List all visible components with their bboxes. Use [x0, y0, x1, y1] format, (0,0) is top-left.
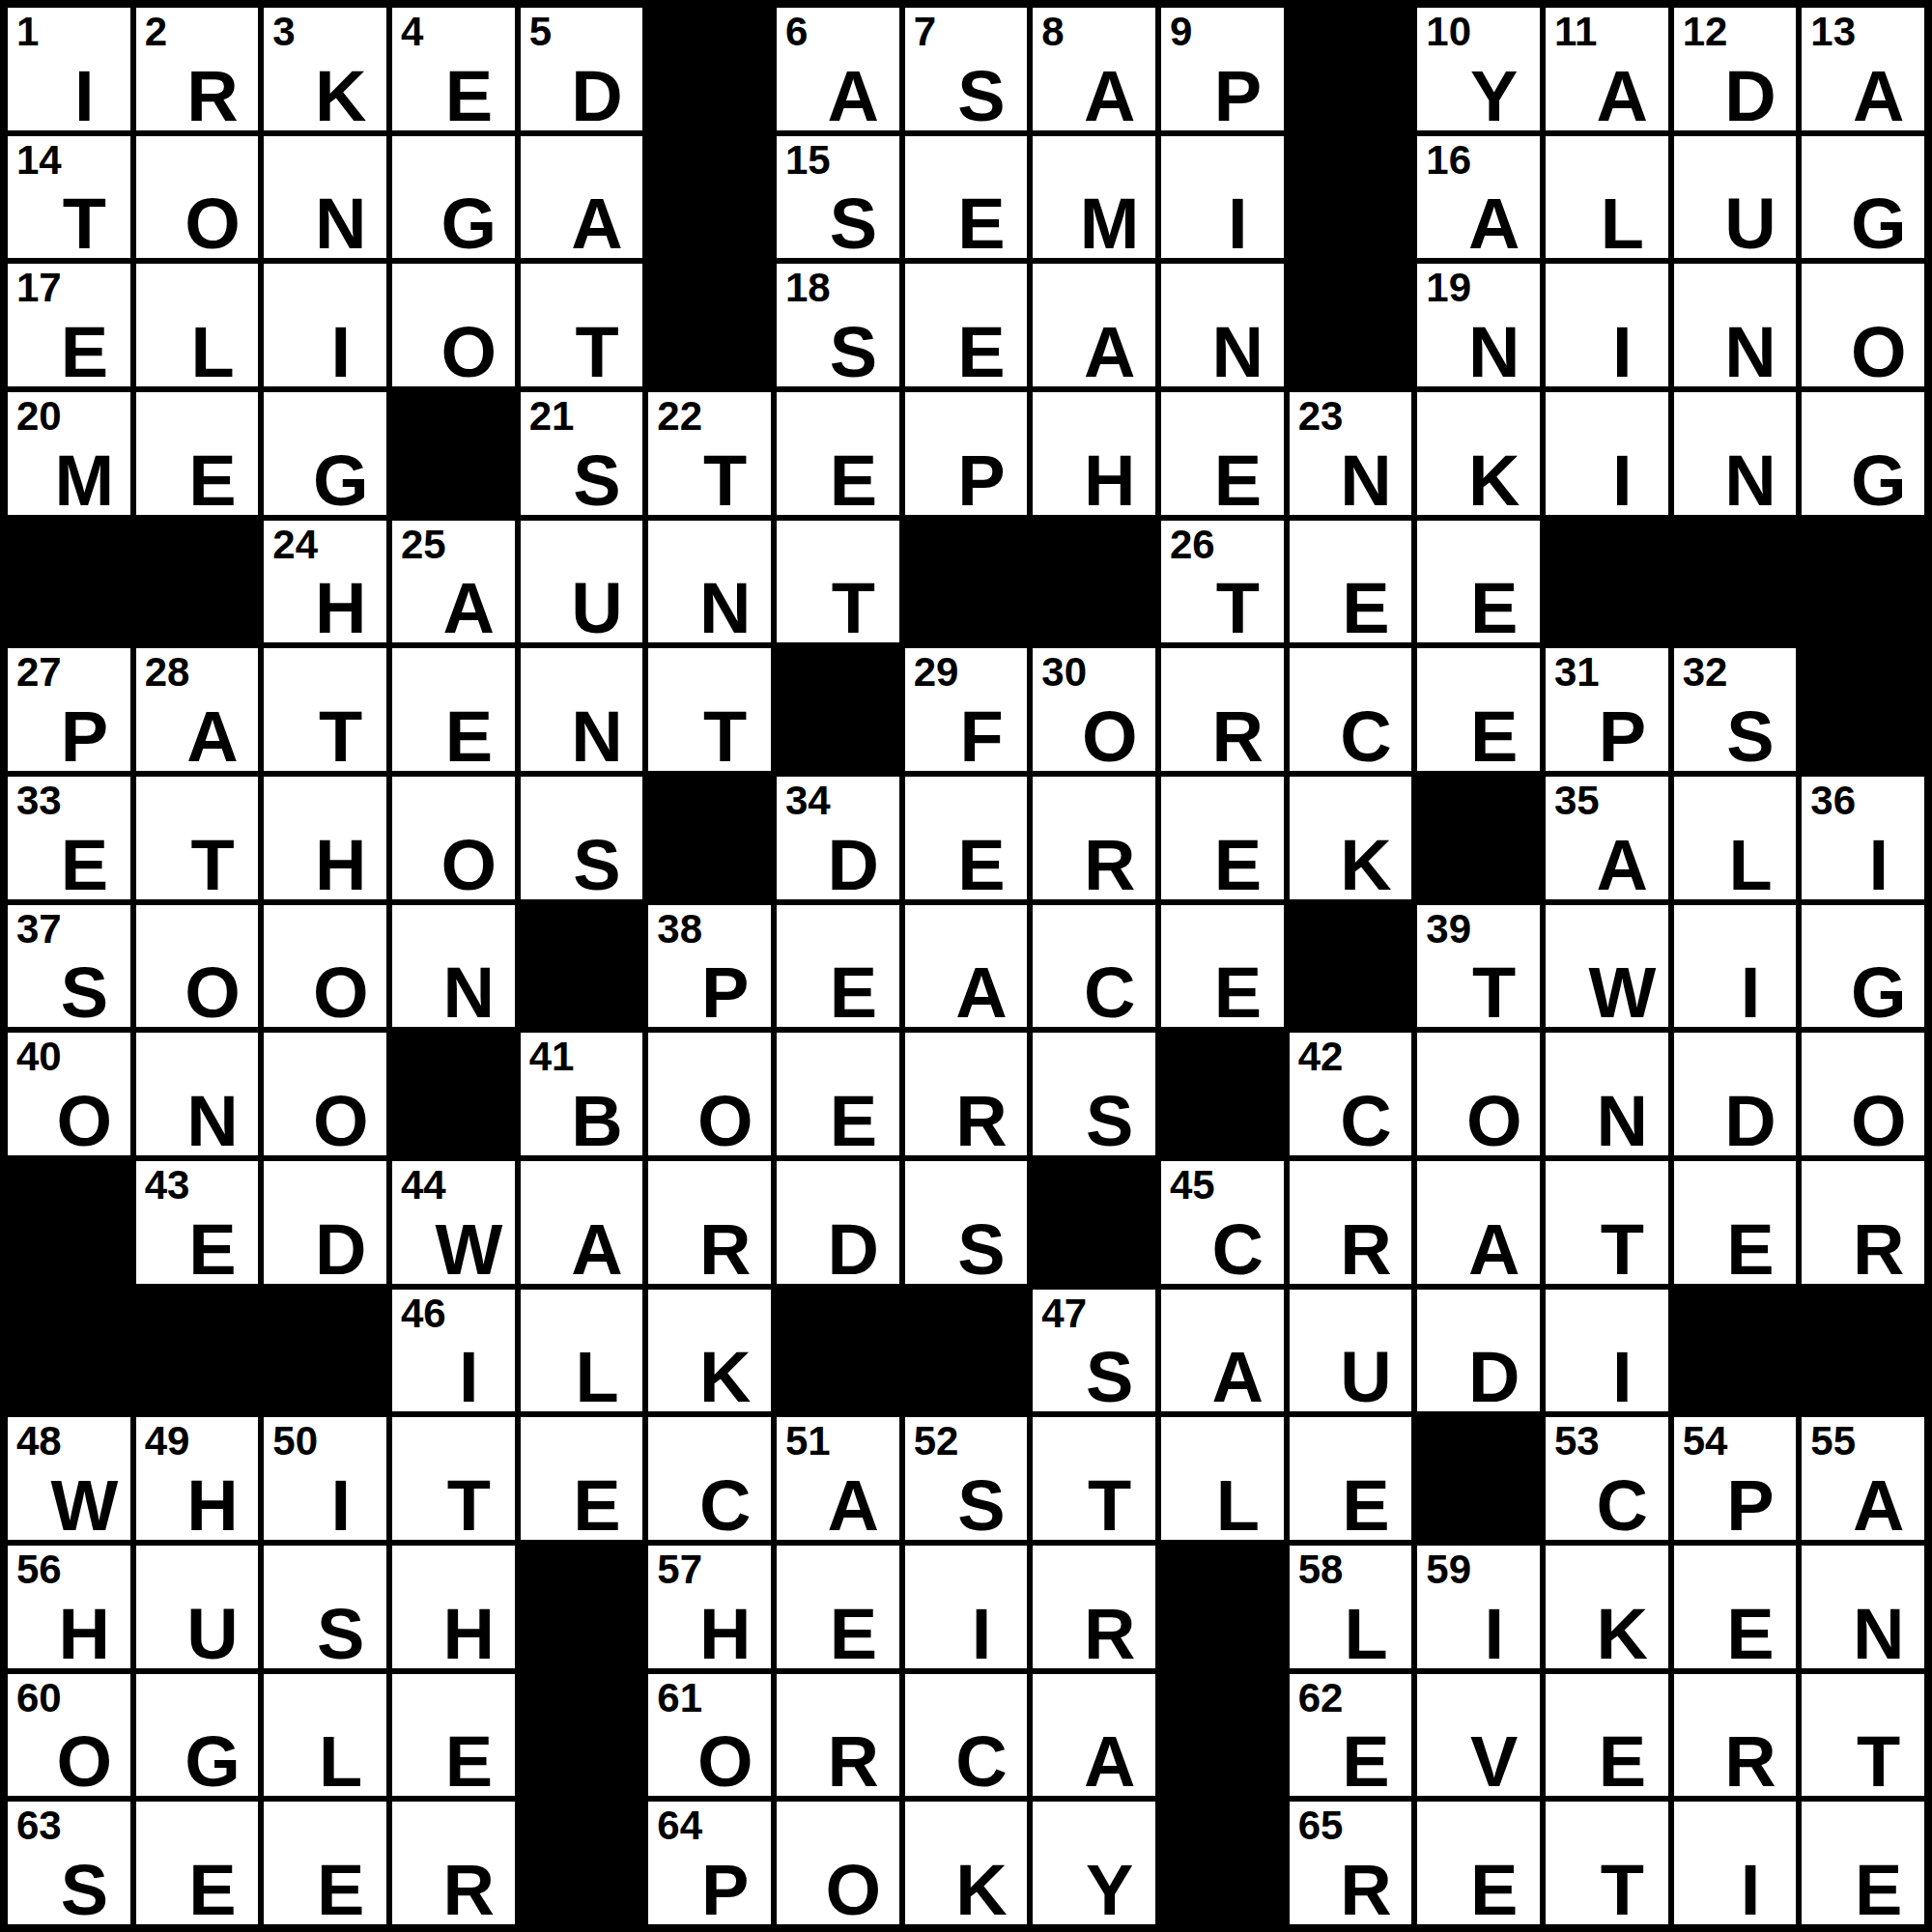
cell[interactable]: L: [1158, 1414, 1287, 1543]
cell[interactable]: T: [1543, 1158, 1671, 1287]
clue-number: 37: [16, 909, 62, 950]
cell-letter: R: [699, 1214, 751, 1286]
cell[interactable]: E: [1158, 902, 1287, 1031]
clue-number: 32: [1683, 652, 1728, 693]
cell-letter: I: [1868, 830, 1889, 901]
cell[interactable]: S: [1030, 1030, 1158, 1158]
cell[interactable]: 57H: [645, 1543, 774, 1671]
cell[interactable]: I: [1671, 902, 1800, 1031]
cell[interactable]: U: [133, 1543, 262, 1671]
cell[interactable]: Y: [1030, 1799, 1158, 1927]
cell[interactable]: 36I: [1799, 774, 1927, 902]
cell-letter: K: [1468, 445, 1520, 517]
cell[interactable]: T: [774, 518, 902, 646]
cell[interactable]: G: [1799, 133, 1927, 262]
cell-letter: A: [1468, 1214, 1520, 1286]
cell-letter: K: [699, 1342, 751, 1413]
cell[interactable]: D: [261, 1158, 389, 1287]
cell[interactable]: E: [389, 1671, 518, 1800]
cell-letter: A: [1597, 830, 1648, 901]
cell[interactable]: N: [1671, 261, 1800, 389]
cell[interactable]: E: [774, 1543, 902, 1671]
cell[interactable]: K: [902, 1799, 1031, 1927]
cell[interactable]: O: [1799, 1030, 1927, 1158]
cell-letter: R: [1724, 1726, 1776, 1798]
cell[interactable]: 15S: [774, 133, 902, 262]
cell[interactable]: S: [902, 1158, 1031, 1287]
cell[interactable]: 40O: [5, 1030, 133, 1158]
cell-letter: E: [573, 1470, 620, 1542]
cell[interactable]: 31P: [1543, 645, 1671, 774]
cell[interactable]: R: [1799, 1158, 1927, 1287]
cell-letter: R: [1212, 701, 1264, 773]
cell-letter: O: [185, 957, 241, 1029]
cell-letter: T: [703, 445, 747, 517]
cell[interactable]: I: [1671, 1799, 1800, 1927]
cell[interactable]: I: [1543, 389, 1671, 518]
cell-letter: E: [830, 1086, 877, 1157]
cell-letter: S: [317, 1599, 364, 1670]
cell[interactable]: 63S: [5, 1799, 133, 1927]
cell-letter: E: [957, 830, 1005, 901]
cell-letter: S: [957, 1214, 1005, 1286]
cell-letter: E: [1214, 445, 1262, 517]
cell[interactable]: E: [1671, 1158, 1800, 1287]
cell[interactable]: O: [133, 133, 262, 262]
black-cell: [1414, 774, 1543, 902]
cell[interactable]: D: [1414, 1287, 1543, 1415]
cell-letter: E: [317, 1855, 364, 1926]
cell[interactable]: R: [1287, 1158, 1415, 1287]
cell[interactable]: 8A: [1030, 5, 1158, 133]
cell[interactable]: 54P: [1671, 1414, 1800, 1543]
clue-number: 11: [1554, 12, 1597, 52]
cell-letter: S: [957, 61, 1005, 132]
cell[interactable]: 45C: [1158, 1158, 1287, 1287]
black-cell: [1414, 1414, 1543, 1543]
cell[interactable]: E: [902, 261, 1031, 389]
cell-letter: T: [1857, 1726, 1900, 1798]
cell[interactable]: 28A: [133, 645, 262, 774]
cell[interactable]: C: [1030, 902, 1158, 1031]
cell[interactable]: 46I: [389, 1287, 518, 1415]
black-cell: [1671, 518, 1800, 646]
cell[interactable]: N: [133, 1030, 262, 1158]
cell[interactable]: N: [1799, 1543, 1927, 1671]
cell[interactable]: O: [389, 774, 518, 902]
cell[interactable]: O: [389, 261, 518, 389]
cell[interactable]: E: [133, 1799, 262, 1927]
cell[interactable]: C: [902, 1671, 1031, 1800]
cell[interactable]: O: [261, 1030, 389, 1158]
black-cell: [645, 261, 774, 389]
clue-number: 28: [145, 652, 190, 693]
cell-letter: E: [830, 1599, 877, 1670]
cell-letter: D: [571, 61, 622, 132]
cell-letter: G: [441, 188, 497, 260]
black-cell: [518, 1799, 646, 1927]
cell-letter: C: [1597, 1470, 1648, 1542]
cell-letter: E: [1470, 1855, 1518, 1926]
cell[interactable]: 55A: [1799, 1414, 1927, 1543]
cell-letter: O: [313, 1086, 369, 1157]
cell[interactable]: L: [1543, 133, 1671, 262]
cell[interactable]: O: [1799, 261, 1927, 389]
cell-letter: I: [1484, 1599, 1504, 1670]
clue-number: 52: [914, 1421, 959, 1462]
cell[interactable]: A: [1030, 1671, 1158, 1800]
black-cell: [645, 133, 774, 262]
cell[interactable]: 4E: [389, 5, 518, 133]
cell-letter: E: [1599, 1726, 1646, 1798]
cell[interactable]: A: [1030, 261, 1158, 389]
cell[interactable]: O: [774, 1799, 902, 1927]
cell[interactable]: U: [518, 518, 646, 646]
clue-number: 42: [1298, 1037, 1344, 1077]
cell[interactable]: 11A: [1543, 5, 1671, 133]
cell[interactable]: T: [1799, 1671, 1927, 1800]
black-cell: [1287, 5, 1415, 133]
cell[interactable]: 14T: [5, 133, 133, 262]
cell[interactable]: 6A: [774, 5, 902, 133]
clue-number: 27: [16, 652, 62, 693]
cell[interactable]: P: [902, 389, 1031, 518]
cell[interactable]: R: [902, 1030, 1031, 1158]
cell[interactable]: E: [774, 389, 902, 518]
cell-letter: D: [1724, 61, 1776, 132]
cell[interactable]: G: [133, 1671, 262, 1800]
clue-number: 57: [657, 1549, 702, 1590]
cell-letter: H: [1084, 445, 1135, 517]
cell[interactable]: H: [1030, 389, 1158, 518]
clue-number: 26: [1170, 525, 1215, 565]
cell[interactable]: E: [261, 1799, 389, 1927]
cell[interactable]: T: [1543, 1799, 1671, 1927]
cell[interactable]: E: [1414, 518, 1543, 646]
cell-letter: A: [186, 701, 238, 773]
cell-letter: Y: [1470, 61, 1518, 132]
cell[interactable]: A: [1414, 1158, 1543, 1287]
cell[interactable]: 12D: [1671, 5, 1800, 133]
cell-letter: S: [61, 957, 108, 1029]
cell-letter: H: [443, 1599, 495, 1670]
cell[interactable]: R: [1671, 1671, 1800, 1800]
cell[interactable]: N: [389, 902, 518, 1031]
cell[interactable]: 23N: [1287, 389, 1415, 518]
cell[interactable]: 61O: [645, 1671, 774, 1800]
cell[interactable]: E: [774, 902, 902, 1031]
cell[interactable]: 29F: [902, 645, 1031, 774]
cell[interactable]: L: [133, 261, 262, 389]
cell[interactable]: 18S: [774, 261, 902, 389]
cell[interactable]: 42C: [1287, 1030, 1415, 1158]
cell[interactable]: C: [645, 1414, 774, 1543]
cell[interactable]: E: [1414, 645, 1543, 774]
cell[interactable]: K: [645, 1287, 774, 1415]
black-cell: [133, 518, 262, 646]
cell[interactable]: N: [645, 518, 774, 646]
cell-letter: H: [699, 1599, 751, 1670]
cell[interactable]: 1I: [5, 5, 133, 133]
cell[interactable]: T: [133, 774, 262, 902]
cell[interactable]: K: [1414, 389, 1543, 518]
cell[interactable]: A: [902, 902, 1031, 1031]
cell-letter: D: [1724, 1086, 1776, 1157]
clue-number: 53: [1554, 1421, 1600, 1462]
cell[interactable]: K: [1543, 1543, 1671, 1671]
cell[interactable]: E: [1799, 1799, 1927, 1927]
cell[interactable]: 47S: [1030, 1287, 1158, 1415]
cell[interactable]: 16A: [1414, 133, 1543, 262]
cell[interactable]: T: [389, 1414, 518, 1543]
cell[interactable]: 44W: [389, 1158, 518, 1287]
cell[interactable]: K: [1287, 774, 1415, 902]
cell-letter: O: [441, 317, 497, 388]
cell[interactable]: 65R: [1287, 1799, 1415, 1927]
cell[interactable]: 19N: [1414, 261, 1543, 389]
cell[interactable]: 25A: [389, 518, 518, 646]
clue-number: 65: [1298, 1805, 1344, 1846]
cell[interactable]: R: [1030, 774, 1158, 902]
cell[interactable]: I: [1543, 261, 1671, 389]
cell-letter: A: [571, 1214, 622, 1286]
cell-letter: N: [1212, 317, 1264, 388]
cell[interactable]: T: [1030, 1414, 1158, 1543]
clue-number: 2: [145, 12, 167, 52]
cell[interactable]: E: [1158, 774, 1287, 902]
cell[interactable]: 22T: [645, 389, 774, 518]
cell-letter: A: [1084, 61, 1135, 132]
cell-letter: T: [1472, 957, 1516, 1029]
cell[interactable]: E: [774, 1030, 902, 1158]
cell-letter: S: [573, 830, 620, 901]
cell[interactable]: 7S: [902, 5, 1031, 133]
cell[interactable]: S: [261, 1543, 389, 1671]
cell[interactable]: 49H: [133, 1414, 262, 1543]
black-cell: [1287, 902, 1415, 1031]
cell[interactable]: N: [1543, 1030, 1671, 1158]
cell[interactable]: 52S: [902, 1414, 1031, 1543]
cell-letter: N: [1724, 445, 1776, 517]
cell[interactable]: E: [518, 1414, 646, 1543]
cell-letter: L: [1728, 830, 1772, 901]
cell-letter: N: [315, 188, 366, 260]
clue-number: 48: [16, 1421, 62, 1462]
cell[interactable]: O: [261, 902, 389, 1031]
cell[interactable]: N: [261, 133, 389, 262]
cell[interactable]: G: [389, 133, 518, 262]
cell[interactable]: 13A: [1799, 5, 1927, 133]
cell-letter: G: [185, 1726, 241, 1798]
cell[interactable]: A: [518, 1158, 646, 1287]
cell-letter: R: [1340, 1214, 1391, 1286]
cell[interactable]: C: [1287, 645, 1415, 774]
cell[interactable]: G: [1799, 902, 1927, 1031]
cell[interactable]: I: [261, 261, 389, 389]
cell-letter: R: [1084, 830, 1135, 901]
cell[interactable]: 51A: [774, 1414, 902, 1543]
cell[interactable]: I: [1158, 133, 1287, 262]
cell[interactable]: 37S: [5, 902, 133, 1031]
cell-letter: S: [61, 1855, 108, 1926]
cell[interactable]: D: [1671, 1030, 1800, 1158]
cell[interactable]: 26T: [1158, 518, 1287, 646]
cell[interactable]: 39T: [1414, 902, 1543, 1031]
cell[interactable]: T: [518, 261, 646, 389]
cell[interactable]: V: [1414, 1671, 1543, 1800]
cell[interactable]: R: [389, 1799, 518, 1927]
cell-letter: N: [186, 1086, 238, 1157]
cell-letter: B: [571, 1086, 622, 1157]
cell[interactable]: 24H: [261, 518, 389, 646]
cell-letter: C: [955, 1726, 1007, 1798]
cell-letter: S: [957, 1470, 1005, 1542]
cell-letter: U: [1724, 188, 1776, 260]
cell-letter: A: [1853, 1470, 1904, 1542]
cell[interactable]: 59I: [1414, 1543, 1543, 1671]
cell-letter: E: [445, 1726, 493, 1798]
cell-letter: A: [1212, 1342, 1264, 1413]
cell-letter: W: [1588, 957, 1656, 1029]
cell-letter: N: [1724, 317, 1776, 388]
cell-letter: N: [1597, 1086, 1648, 1157]
cell-letter: A: [1084, 1726, 1135, 1798]
cell[interactable]: G: [261, 389, 389, 518]
cell[interactable]: R: [1030, 1543, 1158, 1671]
cell[interactable]: L: [261, 1671, 389, 1800]
cell[interactable]: E: [902, 774, 1031, 902]
cell[interactable]: U: [1287, 1287, 1415, 1415]
cell-letter: L: [319, 1726, 362, 1798]
clue-number: 16: [1426, 140, 1471, 181]
cell-letter: I: [1741, 1855, 1761, 1926]
cell[interactable]: O: [645, 1030, 774, 1158]
cell[interactable]: G: [1799, 389, 1927, 518]
cell[interactable]: 5D: [518, 5, 646, 133]
black-cell: [1287, 133, 1415, 262]
cell[interactable]: E: [1158, 389, 1287, 518]
cell[interactable]: 41B: [518, 1030, 646, 1158]
cell-letter: A: [828, 1470, 879, 1542]
cell[interactable]: H: [261, 774, 389, 902]
cell[interactable]: E: [1543, 1671, 1671, 1800]
clue-number: 34: [785, 781, 831, 821]
cell[interactable]: 43E: [133, 1158, 262, 1287]
cell[interactable]: I: [902, 1543, 1031, 1671]
cell[interactable]: 9P: [1158, 5, 1287, 133]
cell[interactable]: H: [389, 1543, 518, 1671]
cell[interactable]: R: [774, 1671, 902, 1800]
clue-number: 62: [1298, 1678, 1344, 1719]
cell[interactable]: 17E: [5, 261, 133, 389]
cell-letter: E: [1342, 1470, 1389, 1542]
cell-letter: A: [443, 573, 495, 644]
cell[interactable]: R: [1158, 645, 1287, 774]
cell-letter: P: [701, 1855, 749, 1926]
black-cell: [1543, 518, 1671, 646]
cell-letter: O: [1466, 1086, 1522, 1157]
cell[interactable]: 21S: [518, 389, 646, 518]
cell[interactable]: O: [133, 902, 262, 1031]
cell[interactable]: T: [645, 645, 774, 774]
cell[interactable]: 64P: [645, 1799, 774, 1927]
cell-letter: H: [59, 1599, 110, 1670]
cell[interactable]: 35A: [1543, 774, 1671, 902]
cell[interactable]: S: [518, 774, 646, 902]
cell[interactable]: I: [1543, 1287, 1671, 1415]
cell[interactable]: O: [1414, 1030, 1543, 1158]
cell-letter: H: [315, 573, 366, 644]
cell[interactable]: R: [645, 1158, 774, 1287]
cell[interactable]: 48W: [5, 1414, 133, 1543]
cell[interactable]: 38P: [645, 902, 774, 1031]
cell[interactable]: U: [1671, 133, 1800, 262]
cell[interactable]: 3K: [261, 5, 389, 133]
cell[interactable]: N: [518, 645, 646, 774]
cell[interactable]: 27P: [5, 645, 133, 774]
cell[interactable]: 62E: [1287, 1671, 1415, 1800]
clue-number: 29: [914, 652, 959, 693]
cell[interactable]: 30O: [1030, 645, 1158, 774]
cell[interactable]: 33E: [5, 774, 133, 902]
cell-letter: R: [1084, 1599, 1135, 1670]
cell[interactable]: 2R: [133, 5, 262, 133]
cell[interactable]: E: [1287, 1414, 1415, 1543]
cell[interactable]: 20M: [5, 389, 133, 518]
cell[interactable]: N: [1158, 261, 1287, 389]
cell-letter: E: [1855, 1855, 1902, 1926]
cell[interactable]: L: [1671, 774, 1800, 902]
cell[interactable]: E: [1287, 518, 1415, 646]
cell[interactable]: A: [1158, 1287, 1287, 1415]
clue-number: 10: [1426, 12, 1471, 52]
cell-letter: I: [74, 61, 95, 132]
cell[interactable]: E: [902, 133, 1031, 262]
cell[interactable]: A: [518, 133, 646, 262]
cell[interactable]: 56H: [5, 1543, 133, 1671]
cell[interactable]: 32S: [1671, 645, 1800, 774]
cell[interactable]: E: [1414, 1799, 1543, 1927]
cell[interactable]: 34D: [774, 774, 902, 902]
cell[interactable]: T: [261, 645, 389, 774]
clue-number: 12: [1683, 12, 1728, 52]
cell[interactable]: E: [1671, 1543, 1800, 1671]
cell-letter: E: [830, 445, 877, 517]
cell[interactable]: E: [133, 389, 262, 518]
cell[interactable]: L: [518, 1287, 646, 1415]
cell[interactable]: 50I: [261, 1414, 389, 1543]
clue-number: 23: [1298, 396, 1344, 437]
cell[interactable]: E: [389, 645, 518, 774]
cell[interactable]: D: [774, 1158, 902, 1287]
cell-letter: V: [1470, 1726, 1518, 1798]
clue-number: 8: [1041, 12, 1064, 52]
cell[interactable]: N: [1671, 389, 1800, 518]
cell-letter: A: [1597, 61, 1648, 132]
cell[interactable]: 58L: [1287, 1543, 1415, 1671]
cell-letter: N: [699, 573, 751, 644]
cell[interactable]: 53C: [1543, 1414, 1671, 1543]
cell-letter: O: [697, 1726, 753, 1798]
cell[interactable]: W: [1543, 902, 1671, 1031]
cell[interactable]: 60O: [5, 1671, 133, 1800]
clue-number: 36: [1810, 781, 1856, 821]
black-cell: [1158, 1030, 1287, 1158]
cell-letter: O: [697, 1086, 753, 1157]
cell-letter: K: [315, 61, 366, 132]
cell[interactable]: M: [1030, 133, 1158, 262]
cell[interactable]: 10Y: [1414, 5, 1543, 133]
